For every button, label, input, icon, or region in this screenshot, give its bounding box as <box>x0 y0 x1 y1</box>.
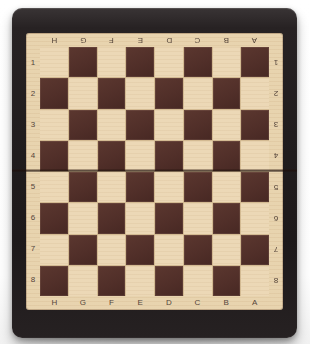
rank-left-label-3: 3 <box>26 109 40 140</box>
file-bottom-label-f: F <box>97 296 126 310</box>
square-d7[interactable] <box>155 235 183 265</box>
square-f3[interactable] <box>98 110 126 140</box>
square-g6[interactable] <box>69 203 97 233</box>
square-g3[interactable] <box>69 110 97 140</box>
file-labels-bottom: HGFEDCBA <box>40 296 269 310</box>
square-h4[interactable] <box>40 141 68 171</box>
square-h2[interactable] <box>40 78 68 108</box>
rank-left-label-7: 7 <box>26 234 40 265</box>
square-f2[interactable] <box>98 78 126 108</box>
square-d6[interactable] <box>155 203 183 233</box>
square-e1[interactable] <box>126 47 154 77</box>
square-f4[interactable] <box>98 141 126 171</box>
square-g2[interactable] <box>69 78 97 108</box>
chessboard-outer-frame: HGFEDCBA HGFEDCBA 12345678 12345678 <box>12 8 297 338</box>
square-f6[interactable] <box>98 203 126 233</box>
square-b7[interactable] <box>213 235 241 265</box>
square-c2[interactable] <box>184 78 212 108</box>
file-labels-top: HGFEDCBA <box>40 33 269 47</box>
file-top-label-d: D <box>155 33 184 47</box>
square-d4[interactable] <box>155 141 183 171</box>
square-e6[interactable] <box>126 203 154 233</box>
square-h5[interactable] <box>40 172 68 202</box>
file-top-label-e: E <box>126 33 155 47</box>
square-c6[interactable] <box>184 203 212 233</box>
board-grid <box>40 47 269 296</box>
square-a1[interactable] <box>241 47 269 77</box>
square-f5[interactable] <box>98 172 126 202</box>
rank-right-label-3: 3 <box>269 109 283 140</box>
square-g5[interactable] <box>69 172 97 202</box>
square-a4[interactable] <box>241 141 269 171</box>
rank-left-label-5: 5 <box>26 172 40 203</box>
product-photo-stage: HGFEDCBA HGFEDCBA 12345678 12345678 <box>0 0 310 344</box>
square-g1[interactable] <box>69 47 97 77</box>
rank-left-label-6: 6 <box>26 203 40 234</box>
file-bottom-label-d: D <box>155 296 184 310</box>
file-bottom-label-g: G <box>69 296 98 310</box>
rank-right-label-1: 1 <box>269 47 283 78</box>
square-a6[interactable] <box>241 203 269 233</box>
rank-right-label-8: 8 <box>269 265 283 296</box>
rank-left-label-8: 8 <box>26 265 40 296</box>
square-c3[interactable] <box>184 110 212 140</box>
square-f1[interactable] <box>98 47 126 77</box>
square-c8[interactable] <box>184 266 212 296</box>
square-a5[interactable] <box>241 172 269 202</box>
square-g4[interactable] <box>69 141 97 171</box>
square-e7[interactable] <box>126 235 154 265</box>
square-b2[interactable] <box>213 78 241 108</box>
file-top-label-c: C <box>183 33 212 47</box>
chessboard-wood-panel: HGFEDCBA HGFEDCBA 12345678 12345678 <box>26 33 283 310</box>
rank-labels-left: 12345678 <box>26 47 40 296</box>
square-b6[interactable] <box>213 203 241 233</box>
rank-left-label-4: 4 <box>26 140 40 171</box>
square-h1[interactable] <box>40 47 68 77</box>
rank-left-label-1: 1 <box>26 47 40 78</box>
file-bottom-label-e: E <box>126 296 155 310</box>
square-b1[interactable] <box>213 47 241 77</box>
square-a7[interactable] <box>241 235 269 265</box>
file-top-label-h: H <box>40 33 69 47</box>
square-h3[interactable] <box>40 110 68 140</box>
square-f7[interactable] <box>98 235 126 265</box>
file-bottom-label-h: H <box>40 296 69 310</box>
file-bottom-label-c: C <box>183 296 212 310</box>
rank-right-label-4: 4 <box>269 140 283 171</box>
file-top-label-b: B <box>212 33 241 47</box>
file-bottom-label-b: B <box>212 296 241 310</box>
square-e3[interactable] <box>126 110 154 140</box>
rank-left-label-2: 2 <box>26 78 40 109</box>
square-a3[interactable] <box>241 110 269 140</box>
square-d5[interactable] <box>155 172 183 202</box>
square-b4[interactable] <box>213 141 241 171</box>
square-b8[interactable] <box>213 266 241 296</box>
square-d3[interactable] <box>155 110 183 140</box>
square-c1[interactable] <box>184 47 212 77</box>
square-g7[interactable] <box>69 235 97 265</box>
square-d8[interactable] <box>155 266 183 296</box>
rank-right-label-7: 7 <box>269 234 283 265</box>
square-d1[interactable] <box>155 47 183 77</box>
file-top-label-f: F <box>97 33 126 47</box>
rank-labels-right: 12345678 <box>269 47 283 296</box>
file-top-label-g: G <box>69 33 98 47</box>
square-a8[interactable] <box>241 266 269 296</box>
square-b5[interactable] <box>213 172 241 202</box>
square-b3[interactable] <box>213 110 241 140</box>
square-c4[interactable] <box>184 141 212 171</box>
square-a2[interactable] <box>241 78 269 108</box>
square-h6[interactable] <box>40 203 68 233</box>
rank-right-label-2: 2 <box>269 78 283 109</box>
square-h7[interactable] <box>40 235 68 265</box>
square-e5[interactable] <box>126 172 154 202</box>
square-c5[interactable] <box>184 172 212 202</box>
file-top-label-a: A <box>240 33 269 47</box>
file-bottom-label-a: A <box>240 296 269 310</box>
rank-right-label-6: 6 <box>269 203 283 234</box>
rank-right-label-5: 5 <box>269 172 283 203</box>
square-e4[interactable] <box>126 141 154 171</box>
square-c7[interactable] <box>184 235 212 265</box>
square-f8[interactable] <box>98 266 126 296</box>
square-d2[interactable] <box>155 78 183 108</box>
square-h8[interactable] <box>40 266 68 296</box>
square-e8[interactable] <box>126 266 154 296</box>
square-e2[interactable] <box>126 78 154 108</box>
square-g8[interactable] <box>69 266 97 296</box>
